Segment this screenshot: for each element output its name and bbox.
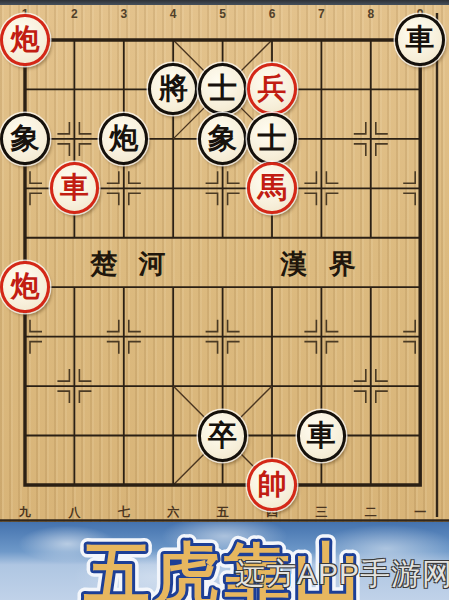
board-point-f1-r5: 炮 bbox=[0, 262, 49, 311]
board-point-f7-r8: 車 bbox=[297, 411, 346, 460]
board-point-f5-r8: 卒 bbox=[198, 411, 247, 460]
board-point-f9-r0: 車 bbox=[395, 15, 444, 64]
piece-black-chariot[interactable]: 車 bbox=[395, 14, 444, 66]
piece-black-advisor[interactable]: 士 bbox=[198, 63, 247, 115]
piece-red-chariot[interactable]: 車 bbox=[50, 162, 99, 214]
piece-grid[interactable]: 炮車將士兵象炮象士車馬炮卒車帥 bbox=[0, 15, 445, 509]
piece-red-horse[interactable]: 馬 bbox=[247, 162, 296, 214]
piece-black-advisor[interactable]: 士 bbox=[247, 113, 296, 165]
board-point-f5-r1: 士 bbox=[198, 65, 247, 114]
piece-red-cannon[interactable]: 炮 bbox=[0, 261, 49, 313]
board-point-f5-r2: 象 bbox=[198, 114, 247, 163]
board-point-f4-r1: 將 bbox=[148, 65, 197, 114]
piece-red-cannon[interactable]: 炮 bbox=[0, 14, 49, 66]
board-point-f3-r2: 炮 bbox=[99, 114, 148, 163]
board-point-f6-r9: 帥 bbox=[247, 460, 296, 509]
xiangqi-app-screen: 123456789 九八七六五四三二一 楚 河 漢 界 炮車將士兵象炮象士車馬炮… bbox=[0, 0, 449, 600]
piece-black-general[interactable]: 將 bbox=[148, 63, 197, 115]
board-point-f1-r0: 炮 bbox=[0, 15, 49, 64]
watermark-text: 远方APP手游网 bbox=[235, 554, 449, 595]
piece-black-elephant[interactable]: 象 bbox=[0, 113, 49, 165]
board-point-f6-r1: 兵 bbox=[247, 65, 296, 114]
xiangqi-board[interactable]: 123456789 九八七六五四三二一 楚 河 漢 界 炮車將士兵象炮象士車馬炮… bbox=[0, 5, 449, 522]
board-point-f6-r2: 士 bbox=[247, 114, 296, 163]
board-point-f1-r2: 象 bbox=[0, 114, 49, 163]
board-point-f2-r3: 車 bbox=[50, 164, 99, 213]
piece-black-chariot[interactable]: 車 bbox=[297, 410, 346, 462]
piece-black-elephant[interactable]: 象 bbox=[198, 113, 247, 165]
piece-black-soldier[interactable]: 卒 bbox=[198, 410, 247, 462]
piece-red-soldier[interactable]: 兵 bbox=[247, 63, 296, 115]
bottom-banner: 五虎靠山 五虎靠山 五虎靠山 远方APP手游网 bbox=[0, 522, 449, 600]
board-point-f6-r3: 馬 bbox=[247, 164, 296, 213]
piece-black-cannon[interactable]: 炮 bbox=[99, 113, 148, 165]
piece-red-general[interactable]: 帥 bbox=[247, 459, 296, 511]
